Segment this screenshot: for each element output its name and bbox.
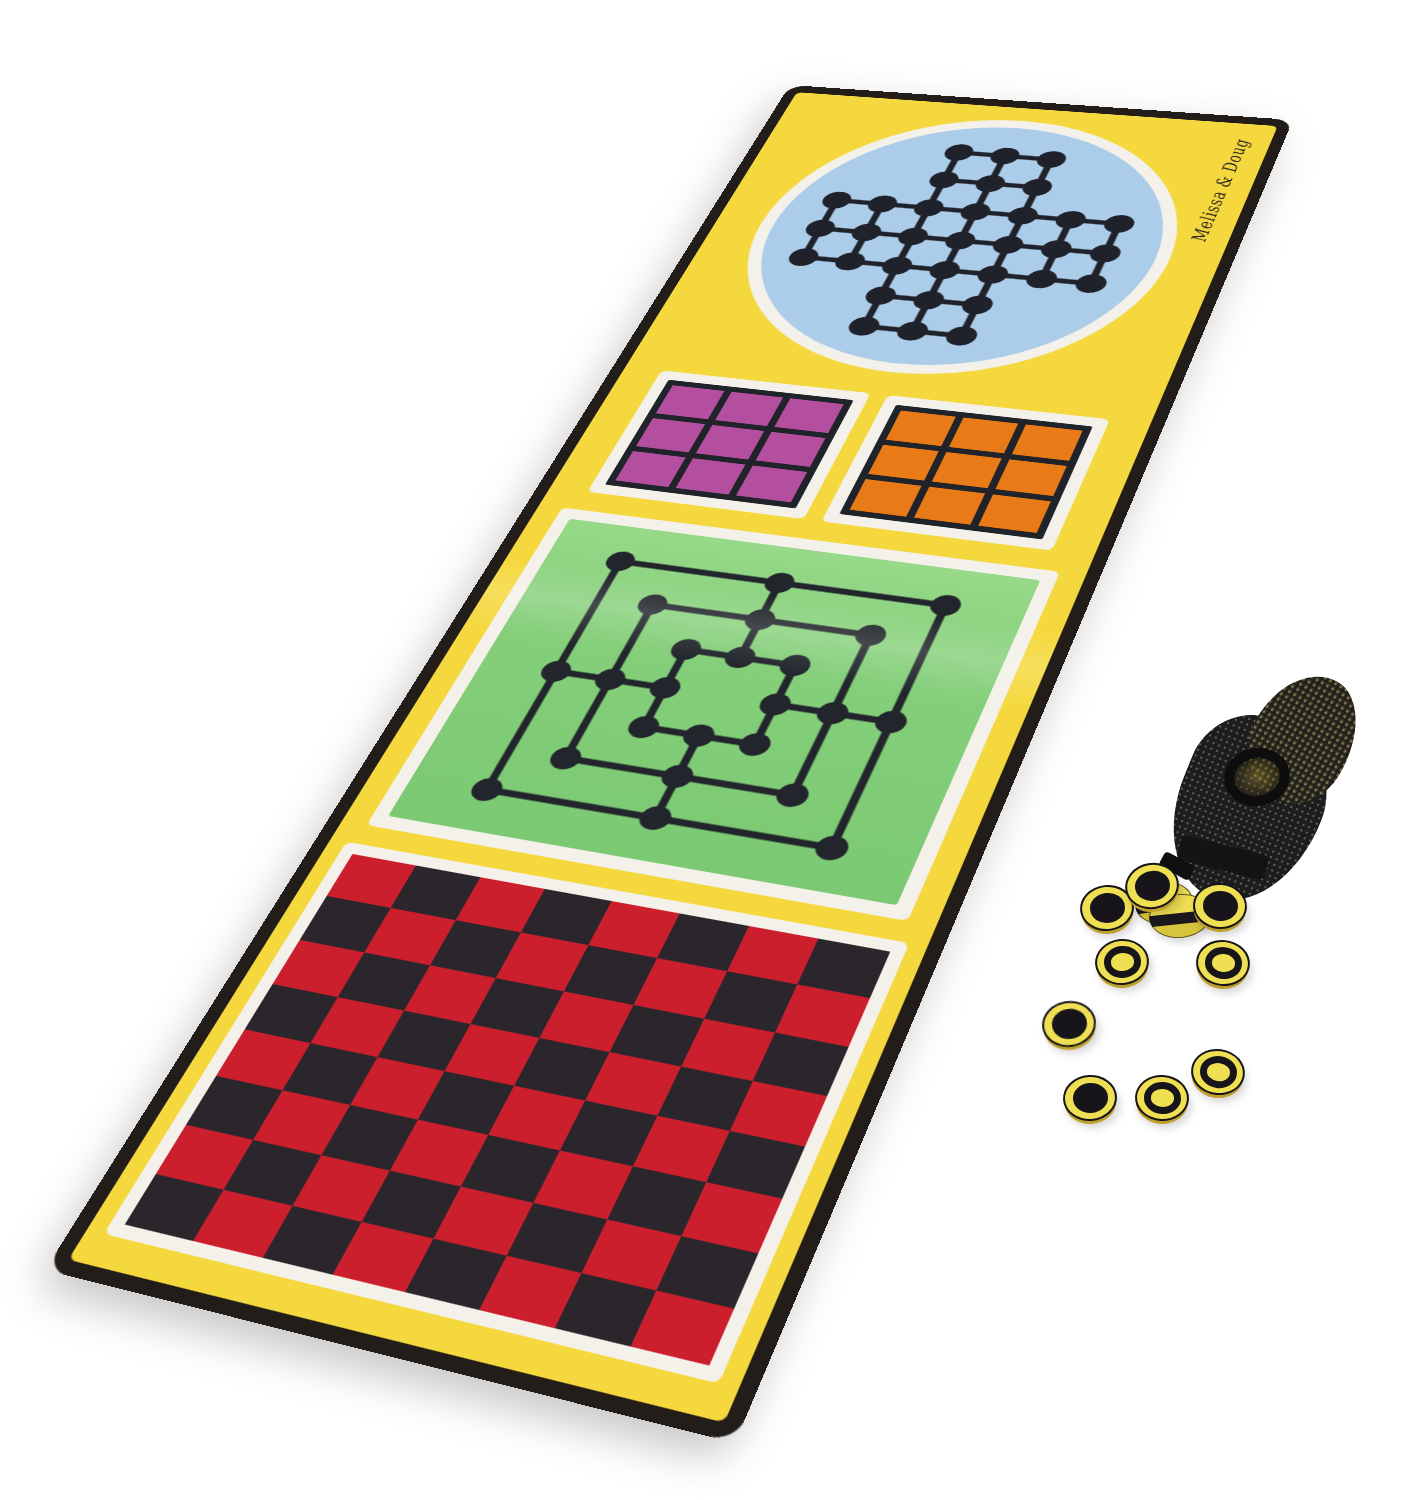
morris-point-1-2[interactable] [851,623,890,648]
tic-tac-toe-orange-cell-6[interactable] [850,479,921,516]
disc-face-black [1088,892,1126,925]
solitaire-hole-5-3[interactable] [910,290,948,311]
morris-point-0-4[interactable] [811,834,853,863]
solitaire-hole-5-2[interactable] [862,285,900,306]
solitaire-hole-3-5[interactable] [1037,239,1075,259]
morris-point-1-6[interactable] [545,745,586,772]
tic-tac-toe-purple-cell-1[interactable] [715,392,783,426]
disc-face-yellow [1143,1082,1182,1115]
morris-ring-1 [566,605,871,796]
morris-point-0-6[interactable] [466,776,507,803]
tic-tac-toe-purple-cell-8[interactable] [736,466,807,503]
morris-point-2-6[interactable] [624,714,664,740]
tic-tac-toe-orange-cell-1[interactable] [949,417,1019,453]
morris-point-0-2[interactable] [926,593,965,617]
solitaire-hole-6-2[interactable] [845,316,884,337]
solitaire-hole-1-2[interactable] [926,171,962,190]
solitaire-hole-3-6[interactable] [1086,243,1124,263]
solitaire-hole-4-4[interactable] [974,264,1012,285]
tic-tac-toe-purple-cell-5[interactable] [756,432,826,468]
solitaire-hole-6-3[interactable] [893,320,932,341]
tic-tac-toe-orange-cell-3[interactable] [868,445,938,481]
solitaire-hole-4-1[interactable] [831,251,869,271]
solitaire-hole-1-3[interactable] [972,174,1009,193]
morris-point-0-5[interactable] [635,804,677,832]
tic-tac-toe-orange-cell-2[interactable] [1012,424,1082,460]
tic-tac-toe-orange-cell-8[interactable] [979,495,1051,533]
disc-face-yellow [1102,945,1142,979]
tic-tac-toe-purple-cell-7[interactable] [675,458,745,494]
solitaire-hole-2-1[interactable] [864,195,901,214]
solitaire-hole-3-1[interactable] [848,223,885,243]
solitaire-hole-3-0[interactable] [802,219,839,238]
morris-point-0-3[interactable] [871,709,911,735]
tic-tac-toe-purple-cell-2[interactable] [775,398,844,433]
morris-point-0-7[interactable] [536,659,575,684]
disc-face-black [1202,890,1239,922]
disc-face-yellow [1203,946,1243,981]
solitaire-hole-2-4[interactable] [1004,206,1041,226]
morris-point-0-0[interactable] [601,550,639,573]
morris-point-2-1[interactable] [721,645,760,670]
morris-point-2-3[interactable] [755,692,795,718]
morris-point-2-5[interactable] [679,723,719,749]
solitaire-hole-1-4[interactable] [1019,178,1056,197]
morris-ring-0 [487,561,946,848]
morris-point-1-0[interactable] [633,593,672,617]
morris-point-1-5[interactable] [657,763,698,790]
morris-point-1-4[interactable] [772,781,813,809]
solitaire-hole-2-5[interactable] [1052,210,1089,230]
solitaire-hole-4-3[interactable] [926,260,964,280]
solitaire-hole-4-2[interactable] [878,256,916,276]
disc-face-black [1132,868,1172,903]
solitaire-hole-4-6[interactable] [1072,273,1110,294]
tic-tac-toe-orange-cell-4[interactable] [931,452,1002,489]
solitaire-hole-3-3[interactable] [941,231,978,251]
solitaire-hole-2-0[interactable] [818,191,855,210]
morris-point-2-0[interactable] [666,637,705,662]
morris-point-1-1[interactable] [741,608,780,632]
solitaire-hole-4-5[interactable] [1023,269,1061,290]
tic-tac-toe-purple-cell-3[interactable] [636,418,705,453]
game-rug: Melissa & Doug [45,85,1293,1443]
tic-tac-toe-purple-cell-4[interactable] [695,425,764,460]
product-photo-scene: Melissa & Doug [0,0,1412,1500]
morris-point-1-3[interactable] [813,700,853,726]
disc-face-black [1050,1007,1089,1041]
solitaire-hole-3-2[interactable] [894,227,931,247]
solitaire-hole-0-3[interactable] [987,147,1023,165]
morris-point-0-1[interactable] [760,571,798,595]
tic-tac-toe-orange-cell-5[interactable] [996,459,1067,496]
tic-tac-toe-purple-cell-0[interactable] [656,385,724,419]
solitaire-hole-2-6[interactable] [1101,214,1138,234]
morris-point-2-7[interactable] [645,675,685,700]
morris-point-2-2[interactable] [775,653,814,678]
solitaire-hole-3-4[interactable] [989,235,1027,255]
morris-point-1-7[interactable] [590,667,630,692]
morris-point-2-4[interactable] [735,731,776,758]
solitaire-hole-2-3[interactable] [957,202,994,221]
solitaire-hole-6-4[interactable] [942,325,981,347]
tic-tac-toe-orange-cell-7[interactable] [914,487,986,525]
solitaire-hole-0-4[interactable] [1033,150,1069,169]
solitaire-hole-5-4[interactable] [958,294,996,315]
tic-tac-toe-orange-cell-0[interactable] [886,411,955,446]
tic-tac-toe-purple-cell-6[interactable] [615,451,685,487]
solitaire-hole-0-2[interactable] [941,143,977,161]
tic-tac-toe-grid-orange [839,405,1092,540]
solitaire-hole-4-0[interactable] [785,247,823,267]
disc-face-black [1072,1082,1109,1114]
solitaire-hole-2-2[interactable] [910,198,947,217]
disc-face-yellow [1198,1054,1239,1090]
